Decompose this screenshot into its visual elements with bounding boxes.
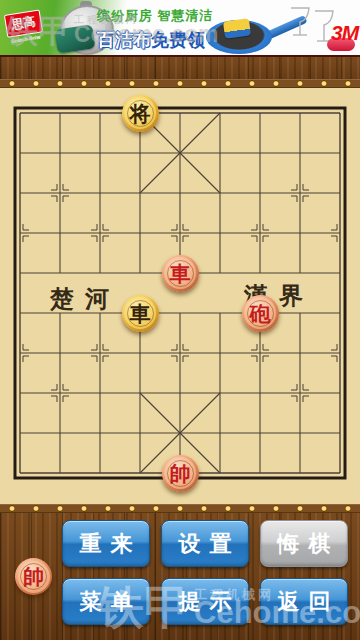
turn-indicator-piece: 帥 [15, 558, 52, 595]
turn-indicator: 帥 [15, 558, 52, 595]
piece-char: 車 [164, 257, 196, 289]
menu-button[interactable]: 菜单 [62, 578, 150, 625]
piece-red-cannon[interactable]: 砲 [242, 295, 279, 332]
undo-button[interactable]: 悔棋 [260, 520, 348, 567]
board-area: 楚河 漢界 将車車砲帥 [0, 88, 360, 504]
gold-studs-strip-bottom [0, 504, 360, 513]
gold-studs-strip [0, 79, 360, 88]
pan-sponge [223, 18, 251, 38]
3m-logo: 3M [331, 21, 358, 45]
piece-char: 車 [124, 297, 156, 329]
top-wood-bar [0, 55, 360, 88]
ad-subline-white: 百洁布 [97, 30, 151, 50]
restart-button[interactable]: 重来 [62, 520, 150, 567]
piece-red-chariot[interactable]: 車 [162, 255, 199, 292]
settings-button[interactable]: 设置 [161, 520, 249, 567]
xiangqi-board-grid: 将車車砲帥 [0, 93, 360, 493]
app-screen: 思高 Scotch-Brite 缤纷厨房 智慧清洁 百洁布免费领 3M 铁甲 工… [0, 0, 360, 640]
piece-black-general[interactable]: 将 [122, 95, 159, 132]
ad-banner[interactable]: 思高 Scotch-Brite 缤纷厨房 智慧清洁 百洁布免费领 3M 铁甲 工… [0, 0, 360, 55]
scotch-brite-logo: 思高 Scotch-Brite [4, 9, 44, 44]
piece-red-general[interactable]: 帥 [162, 455, 199, 492]
turn-indicator-char: 帥 [18, 561, 50, 593]
ad-subline-blue: 免费领 [151, 30, 205, 50]
piece-char: 砲 [244, 297, 276, 329]
piece-black-chariot[interactable]: 車 [122, 295, 159, 332]
piece-char: 帥 [164, 457, 196, 489]
hint-button[interactable]: 提示 [161, 578, 249, 625]
back-button[interactable]: 返回 [260, 578, 348, 625]
piece-char: 将 [124, 97, 156, 129]
button-panel: 重来 设置 悔棋 菜单 提示 返回 [62, 520, 348, 625]
